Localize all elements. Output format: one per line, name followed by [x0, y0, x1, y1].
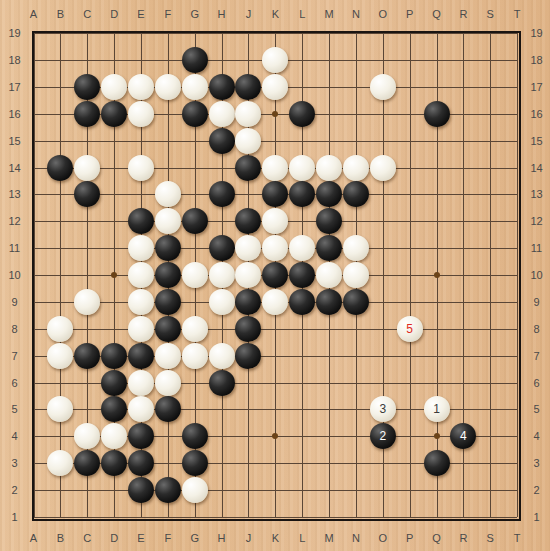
black-stone[interactable] — [47, 155, 73, 181]
black-stone[interactable] — [74, 450, 100, 476]
row-label: 10 — [8, 269, 20, 281]
move-number-label: 5 — [406, 323, 413, 335]
white-stone[interactable] — [128, 316, 154, 342]
white-stone[interactable] — [74, 289, 100, 315]
black-stone[interactable] — [155, 396, 181, 422]
col-label: T — [514, 532, 521, 544]
white-stone[interactable] — [47, 450, 73, 476]
white-stone[interactable] — [262, 47, 288, 73]
white-stone[interactable] — [182, 74, 208, 100]
white-stone[interactable] — [289, 235, 315, 261]
black-stone[interactable] — [316, 235, 342, 261]
col-label: F — [164, 8, 171, 20]
black-stone[interactable] — [128, 208, 154, 234]
row-label: 11 — [9, 242, 20, 254]
row-label: 3 — [11, 457, 17, 469]
black-stone[interactable] — [289, 101, 315, 127]
white-stone[interactable]: 5 — [397, 316, 423, 342]
black-stone[interactable] — [209, 370, 235, 396]
col-label: N — [352, 532, 360, 544]
black-stone[interactable] — [235, 289, 261, 315]
col-label: K — [272, 532, 279, 544]
white-stone[interactable] — [262, 208, 288, 234]
col-label: Q — [432, 532, 441, 544]
row-label: 14 — [8, 162, 20, 174]
row-label: 2 — [11, 484, 17, 496]
black-stone[interactable] — [101, 343, 127, 369]
col-label: K — [272, 8, 279, 20]
row-label: 16 — [8, 108, 20, 120]
grid-line — [34, 517, 518, 518]
row-label: 5 — [533, 403, 539, 415]
row-label: 9 — [533, 296, 539, 308]
white-stone[interactable] — [74, 155, 100, 181]
move-number-label: 1 — [433, 403, 440, 415]
black-stone[interactable] — [289, 262, 315, 288]
col-label: L — [299, 8, 305, 20]
row-label: 4 — [11, 430, 17, 442]
row-label: 18 — [8, 54, 20, 66]
white-stone[interactable] — [209, 289, 235, 315]
move-number-label: 4 — [460, 430, 467, 442]
white-stone[interactable] — [182, 316, 208, 342]
col-label: F — [164, 532, 171, 544]
col-label: G — [190, 532, 199, 544]
black-stone[interactable] — [101, 450, 127, 476]
white-stone[interactable] — [262, 235, 288, 261]
white-stone[interactable] — [343, 262, 369, 288]
black-stone[interactable] — [101, 370, 127, 396]
black-stone[interactable] — [235, 155, 261, 181]
col-label: O — [379, 8, 388, 20]
row-label: 13 — [530, 188, 542, 200]
row-label: 9 — [11, 296, 17, 308]
col-label: P — [406, 532, 413, 544]
col-label: M — [324, 532, 333, 544]
white-stone[interactable] — [155, 370, 181, 396]
black-stone[interactable] — [128, 343, 154, 369]
col-label: A — [30, 532, 37, 544]
black-stone[interactable] — [155, 235, 181, 261]
row-label: 6 — [11, 377, 17, 389]
white-stone[interactable] — [370, 74, 396, 100]
row-label: 1 — [533, 511, 539, 523]
col-label: L — [299, 532, 305, 544]
black-stone[interactable] — [424, 101, 450, 127]
col-label: B — [57, 532, 64, 544]
black-stone[interactable] — [424, 450, 450, 476]
white-stone[interactable] — [47, 316, 73, 342]
row-label: 10 — [530, 269, 542, 281]
black-stone[interactable]: 2 — [370, 423, 396, 449]
black-stone[interactable] — [289, 289, 315, 315]
white-stone[interactable] — [128, 396, 154, 422]
black-stone[interactable] — [209, 181, 235, 207]
star-point — [434, 272, 440, 278]
white-stone[interactable] — [262, 289, 288, 315]
white-stone[interactable] — [101, 423, 127, 449]
col-label: B — [57, 8, 64, 20]
col-label: E — [137, 8, 144, 20]
move-number-label: 3 — [379, 403, 386, 415]
row-label: 5 — [11, 403, 17, 415]
white-stone[interactable] — [182, 343, 208, 369]
black-stone[interactable] — [182, 423, 208, 449]
black-stone[interactable] — [262, 181, 288, 207]
white-stone[interactable] — [128, 370, 154, 396]
white-stone[interactable] — [155, 343, 181, 369]
star-point — [111, 272, 117, 278]
white-stone[interactable] — [316, 262, 342, 288]
row-label: 15 — [8, 135, 20, 147]
black-stone[interactable]: 4 — [450, 423, 476, 449]
col-label: H — [218, 532, 226, 544]
col-label: J — [246, 532, 252, 544]
white-stone[interactable] — [74, 423, 100, 449]
black-stone[interactable] — [155, 316, 181, 342]
black-stone[interactable] — [74, 74, 100, 100]
row-label: 4 — [533, 430, 539, 442]
star-point — [434, 433, 440, 439]
black-stone[interactable] — [128, 423, 154, 449]
white-stone[interactable] — [262, 74, 288, 100]
black-stone[interactable] — [316, 289, 342, 315]
col-label: D — [110, 8, 118, 20]
white-stone[interactable] — [128, 235, 154, 261]
black-stone[interactable] — [101, 396, 127, 422]
grid-line — [410, 33, 411, 517]
row-label: 1 — [11, 511, 17, 523]
row-label: 15 — [530, 135, 542, 147]
star-point — [272, 111, 278, 117]
white-stone[interactable] — [209, 101, 235, 127]
row-label: 12 — [8, 215, 20, 227]
white-stone[interactable] — [128, 74, 154, 100]
white-stone[interactable] — [182, 477, 208, 503]
white-stone[interactable] — [343, 235, 369, 261]
col-label: A — [30, 8, 37, 20]
row-label: 7 — [11, 350, 17, 362]
white-stone[interactable] — [235, 262, 261, 288]
white-stone[interactable] — [128, 289, 154, 315]
white-stone[interactable] — [316, 155, 342, 181]
col-label: T — [514, 8, 521, 20]
row-label: 3 — [533, 457, 539, 469]
col-label: G — [190, 8, 199, 20]
black-stone[interactable] — [209, 128, 235, 154]
grid-line — [517, 33, 518, 517]
black-stone[interactable] — [155, 289, 181, 315]
row-label: 17 — [8, 81, 20, 93]
row-label: 8 — [533, 323, 539, 335]
white-stone[interactable] — [155, 74, 181, 100]
white-stone[interactable] — [289, 155, 315, 181]
black-stone[interactable] — [235, 316, 261, 342]
grid-line — [490, 33, 491, 517]
row-label: 12 — [530, 215, 542, 227]
black-stone[interactable] — [235, 208, 261, 234]
col-label: R — [459, 8, 467, 20]
row-label: 2 — [533, 484, 539, 496]
black-stone[interactable] — [235, 343, 261, 369]
go-board-diagram: AA1919BB1818CC1717DD1616EE1515FF1414GG13… — [0, 0, 550, 551]
black-stone[interactable] — [316, 181, 342, 207]
row-label: 19 — [8, 27, 20, 39]
white-stone[interactable] — [128, 101, 154, 127]
black-stone[interactable] — [316, 208, 342, 234]
black-stone[interactable] — [74, 343, 100, 369]
col-label: O — [379, 532, 388, 544]
col-label: C — [83, 8, 91, 20]
white-stone[interactable] — [235, 101, 261, 127]
white-stone[interactable] — [155, 208, 181, 234]
grid-line — [34, 329, 518, 330]
row-label: 7 — [533, 350, 539, 362]
white-stone[interactable] — [182, 262, 208, 288]
col-label: J — [246, 8, 252, 20]
black-stone[interactable] — [182, 47, 208, 73]
black-stone[interactable] — [289, 181, 315, 207]
row-label: 6 — [533, 377, 539, 389]
col-label: H — [218, 8, 226, 20]
black-stone[interactable] — [235, 74, 261, 100]
row-label: 19 — [530, 27, 542, 39]
black-stone[interactable] — [262, 262, 288, 288]
row-label: 11 — [531, 242, 542, 254]
row-label: 14 — [530, 162, 542, 174]
black-stone[interactable] — [74, 101, 100, 127]
black-stone[interactable] — [209, 235, 235, 261]
white-stone[interactable] — [343, 155, 369, 181]
black-stone[interactable] — [343, 289, 369, 315]
col-label: D — [110, 532, 118, 544]
black-stone[interactable] — [74, 181, 100, 207]
white-stone[interactable] — [370, 155, 396, 181]
white-stone[interactable] — [235, 235, 261, 261]
black-stone[interactable] — [101, 101, 127, 127]
col-label: Q — [432, 8, 441, 20]
black-stone[interactable] — [182, 450, 208, 476]
white-stone[interactable]: 3 — [370, 396, 396, 422]
white-stone[interactable] — [128, 262, 154, 288]
white-stone[interactable] — [155, 181, 181, 207]
white-stone[interactable] — [128, 155, 154, 181]
black-stone[interactable] — [182, 208, 208, 234]
black-stone[interactable] — [128, 450, 154, 476]
col-label: E — [137, 532, 144, 544]
row-label: 17 — [530, 81, 542, 93]
grid-line — [34, 490, 518, 491]
white-stone[interactable]: 1 — [424, 396, 450, 422]
black-stone[interactable] — [209, 74, 235, 100]
col-label: P — [406, 8, 413, 20]
black-stone[interactable] — [128, 477, 154, 503]
white-stone[interactable] — [209, 343, 235, 369]
black-stone[interactable] — [182, 101, 208, 127]
col-label: C — [83, 532, 91, 544]
col-label: S — [487, 8, 494, 20]
row-label: 8 — [11, 323, 17, 335]
move-number-label: 2 — [379, 430, 386, 442]
white-stone[interactable] — [47, 396, 73, 422]
col-label: M — [324, 8, 333, 20]
black-stone[interactable] — [155, 262, 181, 288]
white-stone[interactable] — [101, 74, 127, 100]
white-stone[interactable] — [262, 155, 288, 181]
star-point — [272, 433, 278, 439]
row-label: 13 — [8, 188, 20, 200]
black-stone[interactable] — [343, 181, 369, 207]
col-label: S — [487, 532, 494, 544]
col-label: N — [352, 8, 360, 20]
row-label: 16 — [530, 108, 542, 120]
white-stone[interactable] — [47, 343, 73, 369]
col-label: R — [459, 532, 467, 544]
white-stone[interactable] — [209, 262, 235, 288]
white-stone[interactable] — [235, 128, 261, 154]
black-stone[interactable] — [155, 477, 181, 503]
row-label: 18 — [530, 54, 542, 66]
